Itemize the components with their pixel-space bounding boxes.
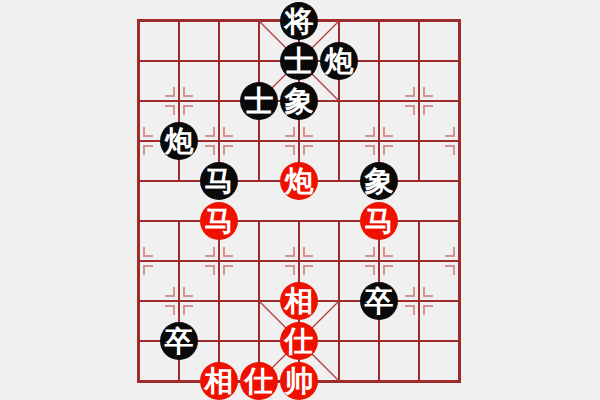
piece-black-soldier[interactable]: 卒 [360,282,398,320]
piece-red-horse[interactable]: 马 [200,202,238,240]
piece-black-horse[interactable]: 马 [200,162,238,200]
piece-black-soldier[interactable]: 卒 [160,322,198,360]
piece-black-elephant[interactable]: 象 [360,162,398,200]
piece-black-advisor[interactable]: 士 [240,82,278,120]
point-marker [405,287,433,315]
piece-red-advisor[interactable]: 仕 [240,362,278,400]
point-marker [205,247,233,275]
xiangqi-board: 将士炮士象炮马炮象马马相卒卒仕相仕帅 [139,21,459,381]
piece-red-horse[interactable]: 马 [360,202,398,240]
piece-black-general[interactable]: 将 [280,2,318,40]
point-marker [144,127,153,155]
piece-black-cannon[interactable]: 炮 [160,122,198,160]
piece-black-advisor[interactable]: 士 [280,42,318,80]
point-marker [445,247,454,275]
piece-red-general[interactable]: 帅 [280,362,318,400]
point-marker [165,87,193,115]
point-marker [365,127,393,155]
point-marker [205,127,233,155]
piece-black-cannon[interactable]: 炮 [320,42,358,80]
piece-black-elephant[interactable]: 象 [280,82,318,120]
point-marker [365,247,393,275]
point-marker [165,287,193,315]
piece-red-advisor[interactable]: 仕 [280,322,318,360]
point-marker [285,247,313,275]
xiangqi-screenshot: 将士炮士象炮马炮象马马相卒卒仕相仕帅 [0,0,600,400]
point-marker [405,87,433,115]
point-marker [445,127,454,155]
piece-red-elephant[interactable]: 相 [280,282,318,320]
point-marker [144,247,153,275]
point-marker [285,127,313,155]
piece-red-elephant[interactable]: 相 [200,362,238,400]
piece-red-cannon[interactable]: 炮 [280,162,318,200]
